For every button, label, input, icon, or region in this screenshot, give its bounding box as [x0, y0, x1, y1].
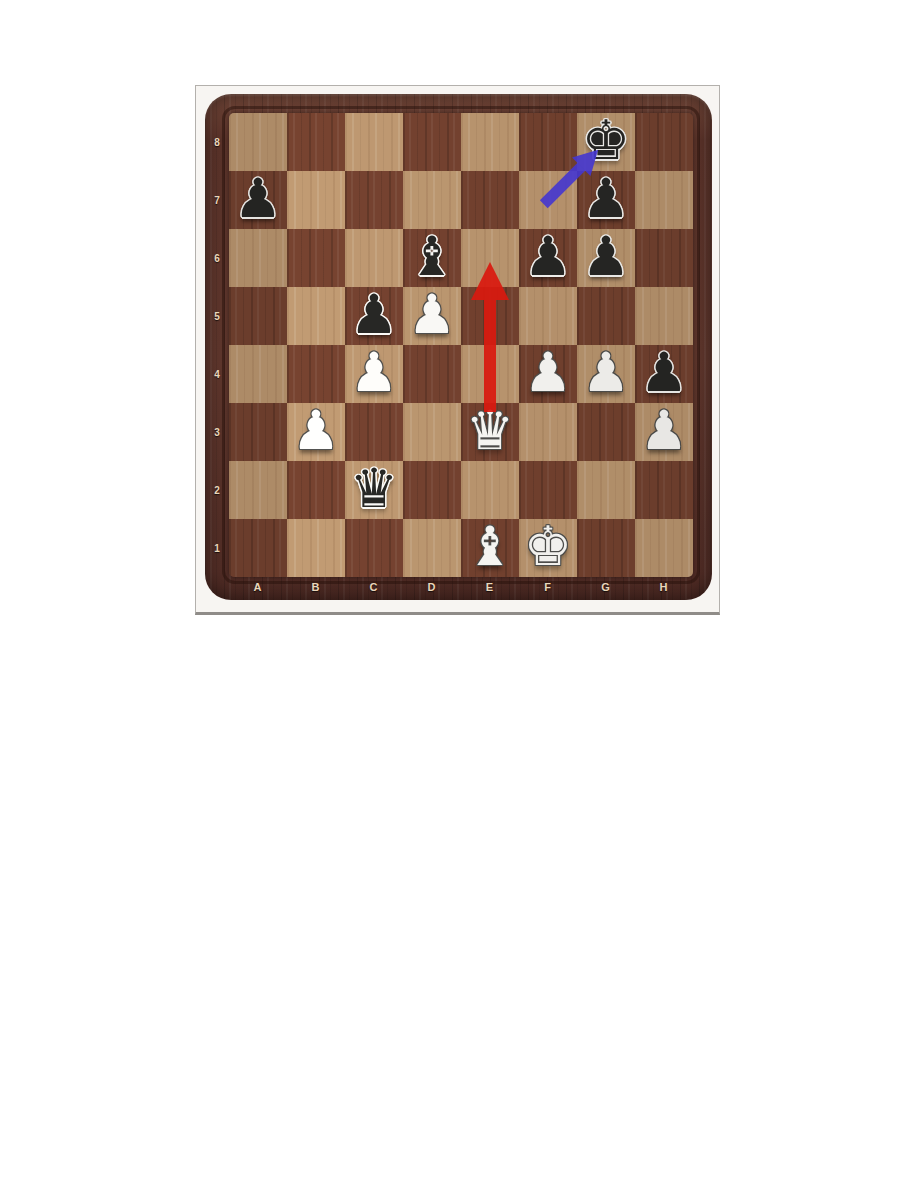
square-f1[interactable]: ♚: [519, 519, 577, 577]
rank-label-2: 2: [205, 461, 229, 519]
black-bishop-d6[interactable]: ♝: [403, 229, 461, 287]
square-g1[interactable]: [577, 519, 635, 577]
square-e8[interactable]: [461, 113, 519, 171]
square-g4[interactable]: ♟: [577, 345, 635, 403]
file-labels: ABCDEFGH: [229, 578, 693, 598]
square-g5[interactable]: [577, 287, 635, 345]
square-h5[interactable]: [635, 287, 693, 345]
square-a8[interactable]: [229, 113, 287, 171]
white-pawn-d5[interactable]: ♟: [403, 287, 461, 345]
file-label-e: E: [461, 578, 519, 598]
file-label-g: G: [577, 578, 635, 598]
white-pawn-f4[interactable]: ♟: [519, 345, 577, 403]
square-g3[interactable]: [577, 403, 635, 461]
square-c2[interactable]: ♛: [345, 461, 403, 519]
square-f7[interactable]: [519, 171, 577, 229]
board-grid: ♚♟♟♝♟♟♟♟♟♟♟♟♟♛♟♛♝♚: [229, 113, 693, 577]
square-c5[interactable]: ♟: [345, 287, 403, 345]
black-queen-c2[interactable]: ♛: [345, 461, 403, 519]
white-king-f1[interactable]: ♚: [519, 519, 577, 577]
square-a3[interactable]: [229, 403, 287, 461]
rank-label-6: 6: [205, 229, 229, 287]
file-label-h: H: [635, 578, 693, 598]
white-pawn-h3[interactable]: ♟: [635, 403, 693, 461]
square-b6[interactable]: [287, 229, 345, 287]
rank-label-4: 4: [205, 345, 229, 403]
black-pawn-a7[interactable]: ♟: [229, 171, 287, 229]
white-bishop-e1[interactable]: ♝: [461, 519, 519, 577]
rank-label-8: 8: [205, 113, 229, 171]
square-f3[interactable]: [519, 403, 577, 461]
file-label-a: A: [229, 578, 287, 598]
square-d5[interactable]: ♟: [403, 287, 461, 345]
square-b2[interactable]: [287, 461, 345, 519]
black-king-g8[interactable]: ♚: [577, 113, 635, 171]
square-e1[interactable]: ♝: [461, 519, 519, 577]
square-f8[interactable]: [519, 113, 577, 171]
rank-label-1: 1: [205, 519, 229, 577]
square-f6[interactable]: ♟: [519, 229, 577, 287]
rank-labels: 87654321: [205, 113, 229, 577]
chess-board-figure: 87654321 ♚♟♟♝♟♟♟♟♟♟♟♟♟♛♟♛♝♚ ABCDEFGH: [195, 85, 720, 615]
white-pawn-b3[interactable]: ♟: [287, 403, 345, 461]
square-g8[interactable]: ♚: [577, 113, 635, 171]
rank-label-7: 7: [205, 171, 229, 229]
square-b8[interactable]: [287, 113, 345, 171]
black-pawn-g6[interactable]: ♟: [577, 229, 635, 287]
square-b7[interactable]: [287, 171, 345, 229]
square-f4[interactable]: ♟: [519, 345, 577, 403]
square-c4[interactable]: ♟: [345, 345, 403, 403]
square-d7[interactable]: [403, 171, 461, 229]
square-e5[interactable]: [461, 287, 519, 345]
square-c7[interactable]: [345, 171, 403, 229]
black-pawn-c5[interactable]: ♟: [345, 287, 403, 345]
square-d4[interactable]: [403, 345, 461, 403]
black-pawn-h4[interactable]: ♟: [635, 345, 693, 403]
file-label-d: D: [403, 578, 461, 598]
square-e6[interactable]: [461, 229, 519, 287]
square-f2[interactable]: [519, 461, 577, 519]
white-queen-e3[interactable]: ♛: [461, 403, 519, 461]
white-pawn-c4[interactable]: ♟: [345, 345, 403, 403]
square-a6[interactable]: [229, 229, 287, 287]
square-a2[interactable]: [229, 461, 287, 519]
file-label-f: F: [519, 578, 577, 598]
white-pawn-g4[interactable]: ♟: [577, 345, 635, 403]
black-pawn-f6[interactable]: ♟: [519, 229, 577, 287]
square-h8[interactable]: [635, 113, 693, 171]
square-d6[interactable]: ♝: [403, 229, 461, 287]
black-pawn-g7[interactable]: ♟: [577, 171, 635, 229]
square-g6[interactable]: ♟: [577, 229, 635, 287]
square-h6[interactable]: [635, 229, 693, 287]
square-b4[interactable]: [287, 345, 345, 403]
square-c3[interactable]: [345, 403, 403, 461]
square-a5[interactable]: [229, 287, 287, 345]
rank-label-5: 5: [205, 287, 229, 345]
square-f5[interactable]: [519, 287, 577, 345]
square-e4[interactable]: [461, 345, 519, 403]
square-d3[interactable]: [403, 403, 461, 461]
square-h3[interactable]: ♟: [635, 403, 693, 461]
square-d1[interactable]: [403, 519, 461, 577]
square-h2[interactable]: [635, 461, 693, 519]
square-a7[interactable]: ♟: [229, 171, 287, 229]
square-b1[interactable]: [287, 519, 345, 577]
square-g7[interactable]: ♟: [577, 171, 635, 229]
square-b5[interactable]: [287, 287, 345, 345]
file-label-b: B: [287, 578, 345, 598]
square-c8[interactable]: [345, 113, 403, 171]
rank-label-3: 3: [205, 403, 229, 461]
square-h4[interactable]: ♟: [635, 345, 693, 403]
square-d2[interactable]: [403, 461, 461, 519]
square-b3[interactable]: ♟: [287, 403, 345, 461]
file-label-c: C: [345, 578, 403, 598]
square-c6[interactable]: [345, 229, 403, 287]
square-d8[interactable]: [403, 113, 461, 171]
square-h1[interactable]: [635, 519, 693, 577]
square-a4[interactable]: [229, 345, 287, 403]
square-g2[interactable]: [577, 461, 635, 519]
square-e7[interactable]: [461, 171, 519, 229]
square-a1[interactable]: [229, 519, 287, 577]
board-frame: 87654321 ♚♟♟♝♟♟♟♟♟♟♟♟♟♛♟♛♝♚ ABCDEFGH: [205, 94, 712, 600]
square-e2[interactable]: [461, 461, 519, 519]
square-c1[interactable]: [345, 519, 403, 577]
square-e3[interactable]: ♛: [461, 403, 519, 461]
square-h7[interactable]: [635, 171, 693, 229]
